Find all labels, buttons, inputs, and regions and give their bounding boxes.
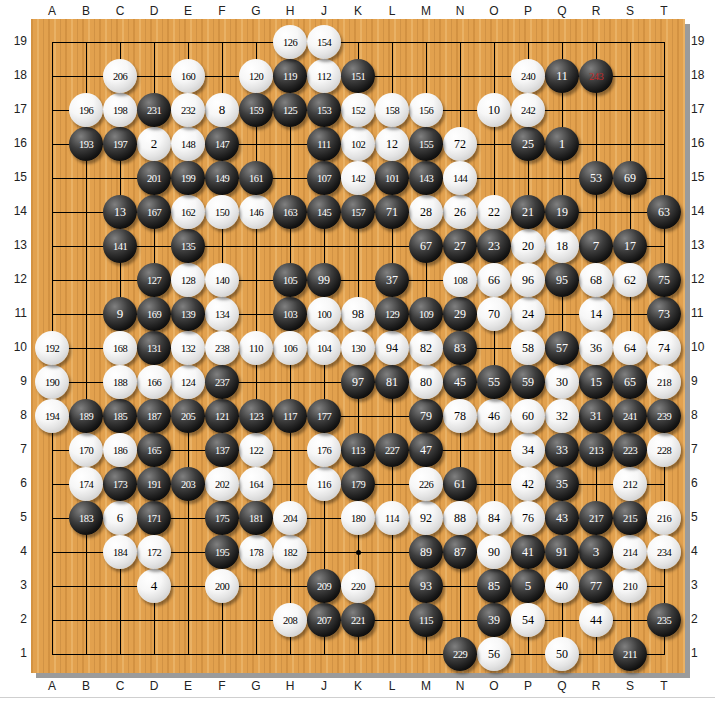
row-label-right-8: 8 bbox=[691, 408, 715, 422]
stone-J12: 99 bbox=[307, 263, 341, 297]
stone-L14: 71 bbox=[375, 195, 409, 229]
stone-H14: 163 bbox=[273, 195, 307, 229]
column-label-bottom-B: B bbox=[75, 679, 97, 693]
row-label-right-13: 13 bbox=[691, 238, 715, 252]
column-label-bottom-F: F bbox=[211, 679, 233, 693]
stone-C4: 184 bbox=[103, 535, 137, 569]
row-label-right-6: 6 bbox=[691, 476, 715, 490]
column-label-top-L: L bbox=[381, 4, 403, 18]
stone-T9: 218 bbox=[647, 365, 681, 399]
row-label-right-4: 4 bbox=[691, 544, 715, 558]
row-label-left-9: 9 bbox=[3, 374, 27, 388]
stone-G17: 159 bbox=[239, 93, 273, 127]
row-label-left-7: 7 bbox=[3, 442, 27, 456]
column-label-bottom-S: S bbox=[619, 679, 641, 693]
column-label-bottom-R: R bbox=[585, 679, 607, 693]
stone-K18: 151 bbox=[341, 59, 375, 93]
stone-N15: 144 bbox=[443, 161, 477, 195]
stone-K7: 113 bbox=[341, 433, 375, 467]
stone-O17: 10 bbox=[477, 93, 511, 127]
stone-S4: 214 bbox=[613, 535, 647, 569]
stone-C11: 9 bbox=[103, 297, 137, 331]
stone-M2: 115 bbox=[409, 603, 443, 637]
stone-N8: 78 bbox=[443, 399, 477, 433]
stone-F16: 147 bbox=[205, 127, 239, 161]
stone-J3: 209 bbox=[307, 569, 341, 603]
row-label-left-3: 3 bbox=[3, 578, 27, 592]
stone-R10: 36 bbox=[579, 331, 613, 365]
stone-T7: 228 bbox=[647, 433, 681, 467]
stone-M14: 28 bbox=[409, 195, 443, 229]
column-label-bottom-T: T bbox=[653, 679, 675, 693]
row-label-right-12: 12 bbox=[691, 272, 715, 286]
stone-H18: 119 bbox=[273, 59, 307, 93]
column-label-bottom-A: A bbox=[41, 679, 63, 693]
stone-J8: 177 bbox=[307, 399, 341, 433]
stone-P9: 59 bbox=[511, 365, 545, 399]
stone-D8: 187 bbox=[137, 399, 171, 433]
stone-J16: 111 bbox=[307, 127, 341, 161]
stone-B8: 189 bbox=[69, 399, 103, 433]
stone-S8: 241 bbox=[613, 399, 647, 433]
stone-E11: 139 bbox=[171, 297, 205, 331]
stone-H4: 182 bbox=[273, 535, 307, 569]
stone-M6: 226 bbox=[409, 467, 443, 501]
column-label-top-F: F bbox=[211, 4, 233, 18]
row-label-right-9: 9 bbox=[691, 374, 715, 388]
row-label-left-14: 14 bbox=[3, 204, 27, 218]
stone-D15: 201 bbox=[137, 161, 171, 195]
stone-F8: 121 bbox=[205, 399, 239, 433]
stone-K6: 179 bbox=[341, 467, 375, 501]
stone-E12: 128 bbox=[171, 263, 205, 297]
column-label-bottom-H: H bbox=[279, 679, 301, 693]
stone-C13: 141 bbox=[103, 229, 137, 263]
stone-T14: 63 bbox=[647, 195, 681, 229]
row-label-left-1: 1 bbox=[3, 646, 27, 660]
stone-D9: 166 bbox=[137, 365, 171, 399]
stone-M3: 93 bbox=[409, 569, 443, 603]
stone-A9: 190 bbox=[35, 365, 69, 399]
stone-J15: 107 bbox=[307, 161, 341, 195]
column-label-top-G: G bbox=[245, 4, 267, 18]
column-label-bottom-J: J bbox=[313, 679, 335, 693]
stone-N9: 45 bbox=[443, 365, 477, 399]
stone-S3: 210 bbox=[613, 569, 647, 603]
row-label-left-5: 5 bbox=[3, 510, 27, 524]
stone-N16: 72 bbox=[443, 127, 477, 161]
stone-G5: 181 bbox=[239, 501, 273, 535]
column-label-top-J: J bbox=[313, 4, 335, 18]
stone-K17: 152 bbox=[341, 93, 375, 127]
stone-F11: 134 bbox=[205, 297, 239, 331]
stone-K11: 98 bbox=[341, 297, 375, 331]
stone-P17: 242 bbox=[511, 93, 545, 127]
column-label-bottom-M: M bbox=[415, 679, 437, 693]
stone-D6: 191 bbox=[137, 467, 171, 501]
stone-K16: 102 bbox=[341, 127, 375, 161]
row-label-right-5: 5 bbox=[691, 510, 715, 524]
stone-O9: 55 bbox=[477, 365, 511, 399]
stone-L5: 114 bbox=[375, 501, 409, 535]
row-label-left-12: 12 bbox=[3, 272, 27, 286]
stone-D11: 169 bbox=[137, 297, 171, 331]
column-label-bottom-P: P bbox=[517, 679, 539, 693]
stone-D14: 167 bbox=[137, 195, 171, 229]
row-label-right-2: 2 bbox=[691, 612, 715, 626]
stone-G15: 161 bbox=[239, 161, 273, 195]
stone-N12: 108 bbox=[443, 263, 477, 297]
stone-D17: 231 bbox=[137, 93, 171, 127]
stone-S6: 212 bbox=[613, 467, 647, 501]
stone-B7: 170 bbox=[69, 433, 103, 467]
stone-P7: 34 bbox=[511, 433, 545, 467]
stone-E17: 232 bbox=[171, 93, 205, 127]
stone-K5: 180 bbox=[341, 501, 375, 535]
go-kifu-page: 1234567891011121314151718192021222324252… bbox=[0, 0, 715, 702]
stone-R9: 15 bbox=[579, 365, 613, 399]
stone-Q13: 18 bbox=[545, 229, 579, 263]
row-label-left-10: 10 bbox=[3, 340, 27, 354]
stone-H5: 204 bbox=[273, 501, 307, 535]
stone-L12: 37 bbox=[375, 263, 409, 297]
column-label-top-K: K bbox=[347, 4, 369, 18]
stone-N13: 27 bbox=[443, 229, 477, 263]
stone-J17: 153 bbox=[307, 93, 341, 127]
stone-M4: 89 bbox=[409, 535, 443, 569]
stone-R2: 44 bbox=[579, 603, 613, 637]
row-label-right-17: 17 bbox=[691, 102, 715, 116]
stone-K3: 220 bbox=[341, 569, 375, 603]
row-label-left-13: 13 bbox=[3, 238, 27, 252]
stone-K15: 142 bbox=[341, 161, 375, 195]
column-label-bottom-C: C bbox=[109, 679, 131, 693]
stone-P12: 96 bbox=[511, 263, 545, 297]
stone-T10: 74 bbox=[647, 331, 681, 365]
stone-G8: 123 bbox=[239, 399, 273, 433]
column-label-bottom-D: D bbox=[143, 679, 165, 693]
row-label-right-7: 7 bbox=[691, 442, 715, 456]
stone-A8: 194 bbox=[35, 399, 69, 433]
stone-O4: 90 bbox=[477, 535, 511, 569]
stone-P6: 42 bbox=[511, 467, 545, 501]
stone-R3: 77 bbox=[579, 569, 613, 603]
stone-Q4: 91 bbox=[545, 535, 579, 569]
stone-C8: 185 bbox=[103, 399, 137, 433]
stone-P11: 24 bbox=[511, 297, 545, 331]
column-label-top-T: T bbox=[653, 4, 675, 18]
stone-N5: 88 bbox=[443, 501, 477, 535]
stone-T11: 73 bbox=[647, 297, 681, 331]
stone-S9: 65 bbox=[613, 365, 647, 399]
stone-F3: 200 bbox=[205, 569, 239, 603]
stone-G7: 122 bbox=[239, 433, 273, 467]
stone-E6: 203 bbox=[171, 467, 205, 501]
stone-D10: 131 bbox=[137, 331, 171, 365]
stone-K9: 97 bbox=[341, 365, 375, 399]
row-label-right-16: 16 bbox=[691, 136, 715, 150]
row-label-left-8: 8 bbox=[3, 408, 27, 422]
stone-R11: 14 bbox=[579, 297, 613, 331]
stone-D5: 171 bbox=[137, 501, 171, 535]
bottom-separator-line bbox=[0, 697, 715, 698]
stone-E18: 160 bbox=[171, 59, 205, 93]
stone-Q9: 30 bbox=[545, 365, 579, 399]
stone-T4: 234 bbox=[647, 535, 681, 569]
stone-E9: 124 bbox=[171, 365, 205, 399]
stone-H2: 208 bbox=[273, 603, 307, 637]
stone-M9: 80 bbox=[409, 365, 443, 399]
row-label-right-19: 19 bbox=[691, 34, 715, 48]
stone-B5: 183 bbox=[69, 501, 103, 535]
stone-Q10: 57 bbox=[545, 331, 579, 365]
column-label-top-Q: Q bbox=[551, 4, 573, 18]
row-label-right-18: 18 bbox=[691, 68, 715, 82]
stone-J2: 207 bbox=[307, 603, 341, 637]
stone-E13: 135 bbox=[171, 229, 205, 263]
stone-G6: 164 bbox=[239, 467, 273, 501]
stone-T2: 235 bbox=[647, 603, 681, 637]
stone-C7: 186 bbox=[103, 433, 137, 467]
row-label-right-11: 11 bbox=[691, 306, 715, 320]
column-label-top-N: N bbox=[449, 4, 471, 18]
stone-L15: 101 bbox=[375, 161, 409, 195]
stone-M16: 155 bbox=[409, 127, 443, 161]
stone-F7: 137 bbox=[205, 433, 239, 467]
stone-L17: 158 bbox=[375, 93, 409, 127]
stone-S7: 223 bbox=[613, 433, 647, 467]
stone-Q16: 1 bbox=[545, 127, 579, 161]
stone-M7: 47 bbox=[409, 433, 443, 467]
stone-P5: 76 bbox=[511, 501, 545, 535]
row-label-left-17: 17 bbox=[3, 102, 27, 116]
stone-F9: 237 bbox=[205, 365, 239, 399]
stone-J14: 145 bbox=[307, 195, 341, 229]
stone-N4: 87 bbox=[443, 535, 477, 569]
stone-O13: 23 bbox=[477, 229, 511, 263]
stone-O1: 56 bbox=[477, 637, 511, 671]
stone-F4: 195 bbox=[205, 535, 239, 569]
stone-O3: 85 bbox=[477, 569, 511, 603]
column-label-top-O: O bbox=[483, 4, 505, 18]
stone-F5: 175 bbox=[205, 501, 239, 535]
stone-E16: 148 bbox=[171, 127, 205, 161]
row-label-left-4: 4 bbox=[3, 544, 27, 558]
column-label-bottom-E: E bbox=[177, 679, 199, 693]
stone-J11: 100 bbox=[307, 297, 341, 331]
stone-N1: 229 bbox=[443, 637, 477, 671]
stone-H8: 117 bbox=[273, 399, 307, 433]
stone-H17: 125 bbox=[273, 93, 307, 127]
column-label-bottom-O: O bbox=[483, 679, 505, 693]
stone-L10: 94 bbox=[375, 331, 409, 365]
stone-O14: 22 bbox=[477, 195, 511, 229]
stone-Q1: 50 bbox=[545, 637, 579, 671]
stone-S1: 211 bbox=[613, 637, 647, 671]
column-label-top-R: R bbox=[585, 4, 607, 18]
stone-J10: 104 bbox=[307, 331, 341, 365]
column-label-bottom-N: N bbox=[449, 679, 471, 693]
stone-J7: 176 bbox=[307, 433, 341, 467]
stone-H12: 105 bbox=[273, 263, 307, 297]
stone-R15: 53 bbox=[579, 161, 613, 195]
stone-L11: 129 bbox=[375, 297, 409, 331]
column-label-top-E: E bbox=[177, 4, 199, 18]
column-label-top-C: C bbox=[109, 4, 131, 18]
stone-R8: 31 bbox=[579, 399, 613, 433]
stone-D4: 172 bbox=[137, 535, 171, 569]
row-label-right-10: 10 bbox=[691, 340, 715, 354]
stone-J18: 112 bbox=[307, 59, 341, 93]
stone-M8: 79 bbox=[409, 399, 443, 433]
stone-M15: 143 bbox=[409, 161, 443, 195]
column-label-bottom-Q: Q bbox=[551, 679, 573, 693]
stone-L16: 12 bbox=[375, 127, 409, 161]
stone-O8: 46 bbox=[477, 399, 511, 433]
stone-D7: 165 bbox=[137, 433, 171, 467]
stone-R7: 213 bbox=[579, 433, 613, 467]
column-label-top-S: S bbox=[619, 4, 641, 18]
stone-L9: 81 bbox=[375, 365, 409, 399]
stone-C14: 13 bbox=[103, 195, 137, 229]
row-label-right-14: 14 bbox=[691, 204, 715, 218]
stone-D16: 2 bbox=[137, 127, 171, 161]
row-label-right-1: 1 bbox=[691, 646, 715, 660]
stone-Q12: 95 bbox=[545, 263, 579, 297]
stone-F6: 202 bbox=[205, 467, 239, 501]
stone-C9: 188 bbox=[103, 365, 137, 399]
stone-H10: 106 bbox=[273, 331, 307, 365]
stone-B6: 174 bbox=[69, 467, 103, 501]
stone-H11: 103 bbox=[273, 297, 307, 331]
stone-O2: 39 bbox=[477, 603, 511, 637]
stone-P2: 54 bbox=[511, 603, 545, 637]
stone-K10: 130 bbox=[341, 331, 375, 365]
row-label-left-2: 2 bbox=[3, 612, 27, 626]
stone-C6: 173 bbox=[103, 467, 137, 501]
column-label-bottom-G: G bbox=[245, 679, 267, 693]
column-label-top-A: A bbox=[41, 4, 63, 18]
stone-P16: 25 bbox=[511, 127, 545, 161]
stone-B16: 193 bbox=[69, 127, 103, 161]
stone-E8: 205 bbox=[171, 399, 205, 433]
star-point-K4 bbox=[356, 550, 361, 555]
stone-P14: 21 bbox=[511, 195, 545, 229]
stone-R12: 68 bbox=[579, 263, 613, 297]
stone-T12: 75 bbox=[647, 263, 681, 297]
row-label-left-19: 19 bbox=[3, 34, 27, 48]
stone-P13: 20 bbox=[511, 229, 545, 263]
stone-Q5: 43 bbox=[545, 501, 579, 535]
stone-F15: 149 bbox=[205, 161, 239, 195]
stone-K2: 221 bbox=[341, 603, 375, 637]
stone-P3: 5 bbox=[511, 569, 545, 603]
stone-C17: 198 bbox=[103, 93, 137, 127]
stone-M13: 67 bbox=[409, 229, 443, 263]
stone-S12: 62 bbox=[613, 263, 647, 297]
row-label-right-3: 3 bbox=[691, 578, 715, 592]
stone-L7: 227 bbox=[375, 433, 409, 467]
stone-Q3: 40 bbox=[545, 569, 579, 603]
stone-M10: 82 bbox=[409, 331, 443, 365]
stone-R13: 7 bbox=[579, 229, 613, 263]
stone-P4: 41 bbox=[511, 535, 545, 569]
column-label-top-D: D bbox=[143, 4, 165, 18]
stone-P8: 60 bbox=[511, 399, 545, 433]
stone-F10: 238 bbox=[205, 331, 239, 365]
stone-N6: 61 bbox=[443, 467, 477, 501]
column-label-top-P: P bbox=[517, 4, 539, 18]
stone-E14: 162 bbox=[171, 195, 205, 229]
stone-G18: 120 bbox=[239, 59, 273, 93]
stone-B17: 196 bbox=[69, 93, 103, 127]
stone-Q14: 19 bbox=[545, 195, 579, 229]
stone-C18: 206 bbox=[103, 59, 137, 93]
stone-S10: 64 bbox=[613, 331, 647, 365]
stone-F14: 150 bbox=[205, 195, 239, 229]
stone-R18: 243 bbox=[579, 59, 613, 93]
stone-M17: 156 bbox=[409, 93, 443, 127]
column-label-top-B: B bbox=[75, 4, 97, 18]
stone-F12: 140 bbox=[205, 263, 239, 297]
row-label-left-6: 6 bbox=[3, 476, 27, 490]
stone-J6: 116 bbox=[307, 467, 341, 501]
row-label-left-16: 16 bbox=[3, 136, 27, 150]
column-label-top-M: M bbox=[415, 4, 437, 18]
stone-S15: 69 bbox=[613, 161, 647, 195]
row-label-right-15: 15 bbox=[691, 170, 715, 184]
stone-G10: 110 bbox=[239, 331, 273, 365]
stone-R5: 217 bbox=[579, 501, 613, 535]
stone-G4: 178 bbox=[239, 535, 273, 569]
stone-D12: 127 bbox=[137, 263, 171, 297]
stone-M11: 109 bbox=[409, 297, 443, 331]
stone-C10: 168 bbox=[103, 331, 137, 365]
stone-N11: 29 bbox=[443, 297, 477, 331]
stone-C16: 197 bbox=[103, 127, 137, 161]
stone-K14: 157 bbox=[341, 195, 375, 229]
stone-T5: 216 bbox=[647, 501, 681, 535]
stone-Q8: 32 bbox=[545, 399, 579, 433]
stone-A10: 192 bbox=[35, 331, 69, 365]
stone-H19: 126 bbox=[273, 25, 307, 59]
stone-T8: 239 bbox=[647, 399, 681, 433]
row-label-left-18: 18 bbox=[3, 68, 27, 82]
column-label-bottom-L: L bbox=[381, 679, 403, 693]
row-label-left-15: 15 bbox=[3, 170, 27, 184]
go-board[interactable]: 1234567891011121314151718192021222324252… bbox=[31, 19, 685, 673]
stone-M5: 92 bbox=[409, 501, 443, 535]
stone-F17: 8 bbox=[205, 93, 239, 127]
stone-S13: 17 bbox=[613, 229, 647, 263]
row-label-left-11: 11 bbox=[3, 306, 27, 320]
stone-N14: 26 bbox=[443, 195, 477, 229]
column-label-bottom-K: K bbox=[347, 679, 369, 693]
stone-P10: 58 bbox=[511, 331, 545, 365]
stone-Q6: 35 bbox=[545, 467, 579, 501]
stone-N10: 83 bbox=[443, 331, 477, 365]
stone-G14: 146 bbox=[239, 195, 273, 229]
stone-D3: 4 bbox=[137, 569, 171, 603]
stone-Q18: 11 bbox=[545, 59, 579, 93]
stone-E10: 132 bbox=[171, 331, 205, 365]
stone-O11: 70 bbox=[477, 297, 511, 331]
stone-O5: 84 bbox=[477, 501, 511, 535]
stone-R4: 3 bbox=[579, 535, 613, 569]
stone-J19: 154 bbox=[307, 25, 341, 59]
stone-O12: 66 bbox=[477, 263, 511, 297]
stone-E15: 199 bbox=[171, 161, 205, 195]
